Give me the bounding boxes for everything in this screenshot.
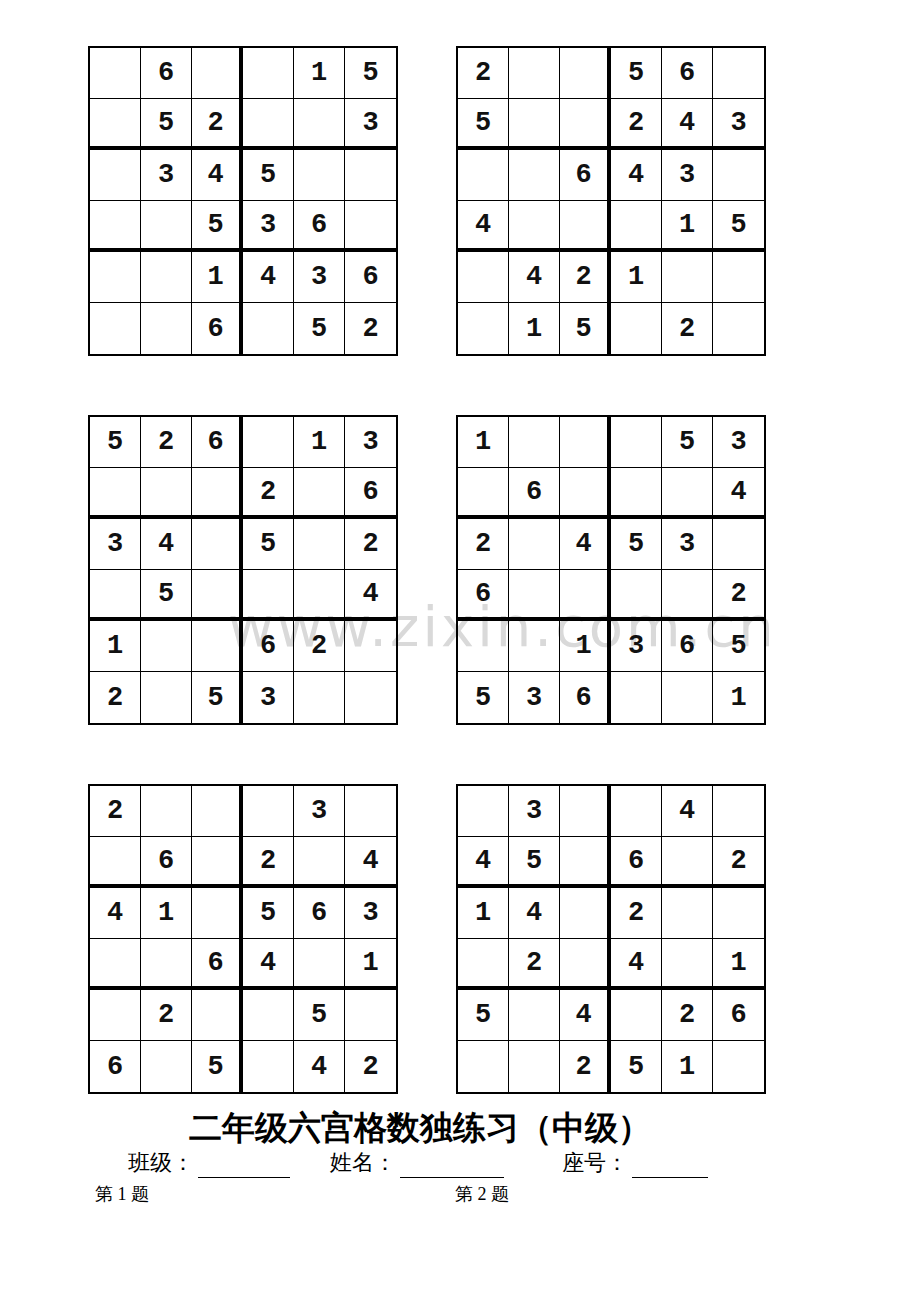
sudoku-cell-empty [294,150,345,201]
sudoku-cell-given: 2 [345,1041,396,1092]
sudoku-cell-empty [662,939,713,990]
sudoku-cell-given: 3 [509,786,560,837]
sudoku-cell-given: 6 [90,1041,141,1092]
sudoku-cell-empty [509,417,560,468]
question-1-label: 第 1 题 [95,1182,149,1206]
sudoku-cell-given: 4 [662,99,713,150]
sudoku-cell-empty [611,468,662,519]
class-label: 班级： [128,1150,194,1175]
sudoku-cell-given: 2 [294,621,345,672]
sudoku-cell-empty [294,468,345,519]
sudoku-cell-empty [192,570,243,621]
sudoku-cell-empty [90,939,141,990]
sudoku-cell-empty [509,1041,560,1092]
sudoku-cell-given: 3 [713,417,764,468]
sudoku-cell-empty [662,837,713,888]
sudoku-cell-given: 2 [611,888,662,939]
sudoku-cell-empty [243,990,294,1041]
sudoku-cell-given: 6 [458,570,509,621]
sudoku-cell-given: 4 [509,888,560,939]
sudoku-cell-given: 4 [90,888,141,939]
sudoku-cell-given: 5 [294,990,345,1041]
sudoku-cell-given: 5 [192,1041,243,1092]
sudoku-cell-given: 5 [90,417,141,468]
sudoku-cell-empty [458,303,509,354]
sudoku-cell-given: 1 [345,939,396,990]
sudoku-cell-empty [243,303,294,354]
sudoku-cell-empty [560,48,611,99]
sudoku-cell-given: 2 [90,786,141,837]
sudoku-cell-given: 6 [345,468,396,519]
sudoku-cell-given: 1 [611,252,662,303]
sudoku-cell-given: 4 [141,519,192,570]
sudoku-cell-empty [90,570,141,621]
sudoku-cell-given: 1 [713,939,764,990]
sudoku-cell-given: 3 [141,150,192,201]
sudoku-cell-given: 2 [192,99,243,150]
sudoku-cell-given: 2 [141,417,192,468]
sudoku-cell-empty [560,468,611,519]
class-field: 班级： [128,1148,290,1178]
sudoku-cell-given: 3 [509,672,560,723]
sudoku-cell-given: 4 [560,990,611,1041]
sudoku-cell-empty [560,888,611,939]
sudoku-cell-given: 6 [560,672,611,723]
sudoku-cell-given: 3 [713,99,764,150]
sudoku-cell-empty [713,519,764,570]
sudoku-cell-given: 4 [243,939,294,990]
sudoku-cell-given: 2 [560,252,611,303]
sudoku-cell-given: 5 [662,417,713,468]
sudoku-cell-given: 5 [192,672,243,723]
sudoku-cell-given: 2 [458,48,509,99]
sudoku-cell-empty [243,48,294,99]
sudoku-cell-given: 5 [509,837,560,888]
sudoku-cell-given: 2 [345,519,396,570]
sudoku-cell-given: 3 [662,519,713,570]
sudoku-cell-given: 6 [192,939,243,990]
sudoku-cell-empty [560,417,611,468]
sudoku-cell-given: 2 [713,570,764,621]
sudoku-cell-given: 5 [345,48,396,99]
sudoku-cell-given: 1 [294,417,345,468]
sudoku-cell-empty [509,48,560,99]
sudoku-cell-empty [458,786,509,837]
sudoku-cell-given: 2 [662,990,713,1041]
sudoku-cell-empty [560,570,611,621]
sudoku-cell-given: 1 [662,201,713,252]
sudoku-cell-empty [458,939,509,990]
sudoku-cell-empty [713,888,764,939]
sudoku-cell-given: 6 [192,417,243,468]
sudoku-cell-empty [345,150,396,201]
sudoku-cell-empty [662,570,713,621]
sudoku-cell-given: 4 [294,1041,345,1092]
sudoku-cell-given: 2 [141,990,192,1041]
sudoku-grid-4: 1536424536213655361 [456,415,766,725]
sudoku-cell-empty [458,150,509,201]
sudoku-cell-given: 5 [141,570,192,621]
sudoku-cell-empty [458,468,509,519]
sudoku-cell-empty [294,837,345,888]
sudoku-cell-empty [713,150,764,201]
sudoku-cell-empty [611,786,662,837]
sudoku-cell-given: 2 [90,672,141,723]
sudoku-cell-given: 6 [509,468,560,519]
sudoku-cell-empty [90,252,141,303]
sudoku-cell-given: 1 [294,48,345,99]
sudoku-cell-empty [345,672,396,723]
sudoku-cell-empty [662,672,713,723]
sudoku-grid-2: 2565243643415421152 [456,46,766,356]
sudoku-cell-given: 1 [662,1041,713,1092]
seat-field: 座号： [562,1148,708,1178]
sudoku-cell-given: 4 [192,150,243,201]
sudoku-cell-empty [141,468,192,519]
sudoku-cell-empty [713,786,764,837]
sudoku-cell-given: 3 [294,786,345,837]
sudoku-cell-given: 1 [458,417,509,468]
sudoku-cell-given: 1 [713,672,764,723]
sudoku-cell-given: 5 [611,48,662,99]
sudoku-cell-given: 2 [243,468,294,519]
sudoku-grid-6: 3445621422415426251 [456,784,766,1094]
sudoku-cell-given: 1 [458,888,509,939]
sudoku-cell-given: 2 [345,303,396,354]
sudoku-cell-empty [192,786,243,837]
sudoku-cell-given: 2 [611,99,662,150]
sudoku-cell-empty [294,939,345,990]
sudoku-cell-empty [192,888,243,939]
sudoku-cell-given: 5 [243,519,294,570]
sudoku-cell-given: 4 [560,519,611,570]
sudoku-cell-empty [243,99,294,150]
sudoku-cell-given: 6 [345,252,396,303]
sudoku-cell-given: 4 [713,468,764,519]
sudoku-grid-5: 2362441563641256542 [88,784,398,1094]
sudoku-cell-empty [560,201,611,252]
sudoku-cell-given: 2 [243,837,294,888]
sudoku-cell-empty [560,939,611,990]
sudoku-cell-empty [509,99,560,150]
sudoku-cell-empty [90,48,141,99]
sudoku-cell-empty [345,786,396,837]
sudoku-cell-empty [713,48,764,99]
sudoku-cell-given: 2 [509,939,560,990]
sudoku-cell-empty [90,837,141,888]
sudoku-cell-empty [458,1041,509,1092]
sudoku-cell-given: 5 [243,150,294,201]
question-2-label: 第 2 题 [455,1182,509,1206]
sudoku-cell-empty [611,303,662,354]
sudoku-cell-given: 5 [192,201,243,252]
sudoku-cell-given: 6 [713,990,764,1041]
sudoku-cell-empty [294,672,345,723]
sudoku-cell-given: 5 [294,303,345,354]
sudoku-cell-given: 6 [611,837,662,888]
sudoku-cell-given: 6 [141,48,192,99]
sudoku-cell-given: 3 [345,99,396,150]
sudoku-cell-given: 1 [560,621,611,672]
sudoku-cell-given: 5 [141,99,192,150]
page-title: 二年级六宫格数独练习（中级） [0,1106,840,1151]
sudoku-cell-given: 6 [243,621,294,672]
sudoku-cell-given: 3 [294,252,345,303]
sudoku-cell-empty [611,201,662,252]
sudoku-cell-empty [611,570,662,621]
sudoku-cell-empty [509,621,560,672]
sudoku-cell-given: 4 [611,939,662,990]
sudoku-cell-given: 5 [611,519,662,570]
sudoku-cell-given: 6 [141,837,192,888]
sudoku-cell-empty [141,621,192,672]
sudoku-cell-empty [509,990,560,1041]
sudoku-cell-given: 2 [458,519,509,570]
sudoku-cell-given: 3 [611,621,662,672]
sudoku-cell-given: 2 [662,303,713,354]
seat-blank-line [632,1155,708,1178]
sudoku-cell-given: 4 [458,837,509,888]
sudoku-cell-empty [90,468,141,519]
sudoku-cell-empty [192,468,243,519]
sudoku-cell-given: 3 [345,888,396,939]
sudoku-cell-given: 3 [345,417,396,468]
sudoku-cell-empty [509,519,560,570]
sudoku-cell-given: 3 [243,201,294,252]
sudoku-cell-empty [458,252,509,303]
sudoku-cell-empty [192,837,243,888]
sudoku-cell-empty [294,570,345,621]
sudoku-cell-given: 4 [611,150,662,201]
sudoku-grid-3: 5261326345254162253 [88,415,398,725]
sudoku-cell-given: 5 [713,201,764,252]
sudoku-cell-given: 5 [458,990,509,1041]
sudoku-cell-empty [141,939,192,990]
sudoku-cell-empty [662,888,713,939]
sudoku-cell-empty [192,621,243,672]
sudoku-cell-empty [90,990,141,1041]
sudoku-cell-empty [662,252,713,303]
sudoku-cell-given: 2 [560,1041,611,1092]
sudoku-cell-empty [243,1041,294,1092]
sudoku-cell-empty [243,786,294,837]
sudoku-cell-empty [560,837,611,888]
sudoku-cell-given: 3 [90,519,141,570]
sudoku-cell-given: 4 [458,201,509,252]
sudoku-cell-empty [713,252,764,303]
name-blank-line [400,1155,504,1178]
sudoku-cell-empty [611,417,662,468]
sudoku-cell-given: 4 [662,786,713,837]
sudoku-cell-given: 6 [294,201,345,252]
sudoku-cell-given: 6 [294,888,345,939]
sudoku-cell-given: 6 [560,150,611,201]
sudoku-cell-empty [141,672,192,723]
sudoku-cell-empty [192,990,243,1041]
seat-label: 座号： [562,1150,628,1175]
sudoku-cell-given: 5 [560,303,611,354]
sudoku-cell-empty [90,303,141,354]
sudoku-cell-given: 3 [243,672,294,723]
sudoku-cell-empty [192,48,243,99]
sudoku-cell-empty [141,786,192,837]
sudoku-cell-given: 4 [509,252,560,303]
sudoku-cell-empty [662,468,713,519]
sudoku-cell-given: 6 [192,303,243,354]
sudoku-cell-given: 3 [662,150,713,201]
name-field: 姓名： [330,1148,504,1178]
sudoku-cell-given: 1 [90,621,141,672]
sudoku-cell-given: 5 [458,672,509,723]
sudoku-cell-empty [141,1041,192,1092]
sudoku-cell-empty [560,786,611,837]
name-label: 姓名： [330,1150,396,1175]
sudoku-cell-given: 4 [345,837,396,888]
sudoku-cell-empty [345,201,396,252]
sudoku-cell-empty [141,201,192,252]
sudoku-cell-empty [90,99,141,150]
sudoku-cell-empty [611,990,662,1041]
sudoku-cell-empty [509,570,560,621]
sudoku-cell-given: 4 [345,570,396,621]
sudoku-cell-empty [713,303,764,354]
sudoku-cell-empty [509,201,560,252]
sudoku-cell-empty [509,150,560,201]
sudoku-grid-1: 6155233455361436652 [88,46,398,356]
sudoku-cell-empty [294,519,345,570]
sudoku-cell-given: 5 [611,1041,662,1092]
sudoku-cell-empty [90,201,141,252]
sudoku-cell-given: 1 [509,303,560,354]
sudoku-cell-empty [611,672,662,723]
sudoku-cell-given: 5 [458,99,509,150]
sudoku-cell-empty [141,303,192,354]
sudoku-cell-empty [294,99,345,150]
sudoku-cell-empty [345,990,396,1041]
sudoku-cell-empty [141,252,192,303]
sudoku-cell-empty [713,1041,764,1092]
class-blank-line [198,1155,290,1178]
sudoku-cell-empty [192,519,243,570]
sudoku-cell-given: 6 [662,621,713,672]
sudoku-cell-empty [560,99,611,150]
sudoku-cell-given: 6 [662,48,713,99]
sudoku-cell-given: 1 [141,888,192,939]
sudoku-cell-given: 5 [243,888,294,939]
sudoku-cell-empty [243,570,294,621]
sudoku-cell-empty [243,417,294,468]
sudoku-cell-given: 5 [713,621,764,672]
sudoku-cell-empty [345,621,396,672]
sudoku-cell-given: 1 [192,252,243,303]
sudoku-cell-empty [458,621,509,672]
sudoku-cell-given: 4 [243,252,294,303]
sudoku-cell-given: 2 [713,837,764,888]
sudoku-cell-empty [90,150,141,201]
